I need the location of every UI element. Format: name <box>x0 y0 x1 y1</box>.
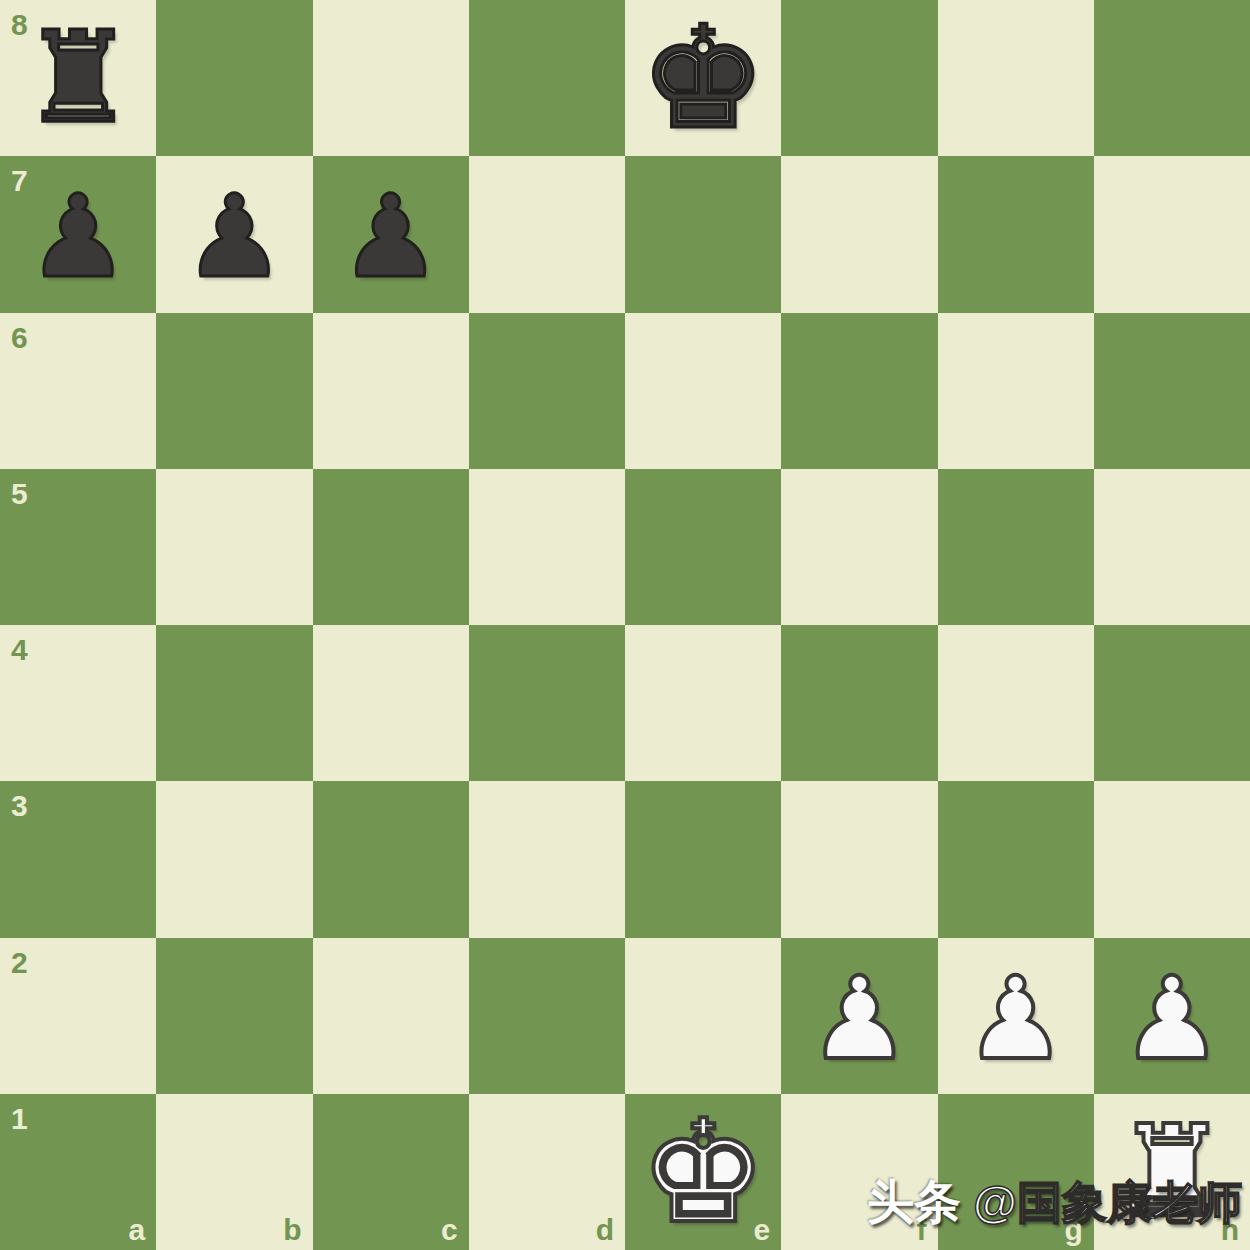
square-a5[interactable]: 5 <box>0 469 156 625</box>
square-b6[interactable] <box>156 313 312 469</box>
square-f8[interactable] <box>781 0 937 156</box>
square-e7[interactable] <box>625 156 781 312</box>
square-b2[interactable] <box>156 938 312 1094</box>
square-g4[interactable] <box>938 625 1094 781</box>
piece-white-rook-h1[interactable]: ♜ <box>1094 1094 1250 1250</box>
piece-white-king-e1[interactable]: ♚ <box>625 1094 781 1250</box>
square-g5[interactable] <box>938 469 1094 625</box>
square-g3[interactable] <box>938 781 1094 937</box>
chess-diagram: 8♜♚7♟♟♟65432♟♟♟1abcde♚fgh♜ 头条 @国象康老师 <box>0 0 1250 1250</box>
square-a4[interactable]: 4 <box>0 625 156 781</box>
piece-white-pawn-g2[interactable]: ♟ <box>938 938 1094 1094</box>
square-f1[interactable]: f <box>781 1094 937 1250</box>
file-label-b: b <box>283 1215 301 1245</box>
square-f7[interactable] <box>781 156 937 312</box>
square-h8[interactable] <box>1094 0 1250 156</box>
square-d4[interactable] <box>469 625 625 781</box>
square-e1[interactable]: e♚ <box>625 1094 781 1250</box>
file-label-d: d <box>596 1215 614 1245</box>
piece-black-king-e8[interactable]: ♚ <box>625 0 781 156</box>
square-c2[interactable] <box>313 938 469 1094</box>
file-label-f: f <box>917 1215 927 1245</box>
square-f2[interactable]: ♟ <box>781 938 937 1094</box>
square-h5[interactable] <box>1094 469 1250 625</box>
square-a8[interactable]: 8♜ <box>0 0 156 156</box>
rank-label-5: 5 <box>11 479 28 509</box>
square-d5[interactable] <box>469 469 625 625</box>
square-d6[interactable] <box>469 313 625 469</box>
square-f6[interactable] <box>781 313 937 469</box>
square-b4[interactable] <box>156 625 312 781</box>
rank-label-4: 4 <box>11 635 28 665</box>
file-label-c: c <box>441 1215 458 1245</box>
square-g7[interactable] <box>938 156 1094 312</box>
chess-board: 8♜♚7♟♟♟65432♟♟♟1abcde♚fgh♜ <box>0 0 1250 1250</box>
square-e3[interactable] <box>625 781 781 937</box>
square-d1[interactable]: d <box>469 1094 625 1250</box>
piece-black-pawn-b7[interactable]: ♟ <box>156 156 312 312</box>
square-b7[interactable]: ♟ <box>156 156 312 312</box>
square-c5[interactable] <box>313 469 469 625</box>
square-h7[interactable] <box>1094 156 1250 312</box>
square-f4[interactable] <box>781 625 937 781</box>
square-h4[interactable] <box>1094 625 1250 781</box>
square-g8[interactable] <box>938 0 1094 156</box>
square-e6[interactable] <box>625 313 781 469</box>
square-b3[interactable] <box>156 781 312 937</box>
square-e2[interactable] <box>625 938 781 1094</box>
square-b1[interactable]: b <box>156 1094 312 1250</box>
square-c8[interactable] <box>313 0 469 156</box>
square-a1[interactable]: 1a <box>0 1094 156 1250</box>
square-c1[interactable]: c <box>313 1094 469 1250</box>
piece-white-pawn-h2[interactable]: ♟ <box>1094 938 1250 1094</box>
square-e8[interactable]: ♚ <box>625 0 781 156</box>
square-b5[interactable] <box>156 469 312 625</box>
piece-black-rook-a8[interactable]: ♜ <box>0 0 156 156</box>
piece-black-pawn-c7[interactable]: ♟ <box>313 156 469 312</box>
piece-white-pawn-f2[interactable]: ♟ <box>781 938 937 1094</box>
file-label-a: a <box>129 1215 146 1245</box>
square-e4[interactable] <box>625 625 781 781</box>
square-h2[interactable]: ♟ <box>1094 938 1250 1094</box>
square-d2[interactable] <box>469 938 625 1094</box>
square-d8[interactable] <box>469 0 625 156</box>
square-d3[interactable] <box>469 781 625 937</box>
rank-label-6: 6 <box>11 323 28 353</box>
piece-black-pawn-a7[interactable]: ♟ <box>0 156 156 312</box>
square-f3[interactable] <box>781 781 937 937</box>
square-d7[interactable] <box>469 156 625 312</box>
square-g1[interactable]: g <box>938 1094 1094 1250</box>
square-c6[interactable] <box>313 313 469 469</box>
square-g6[interactable] <box>938 313 1094 469</box>
square-b8[interactable] <box>156 0 312 156</box>
square-a7[interactable]: 7♟ <box>0 156 156 312</box>
square-h6[interactable] <box>1094 313 1250 469</box>
square-h1[interactable]: h♜ <box>1094 1094 1250 1250</box>
square-c7[interactable]: ♟ <box>313 156 469 312</box>
rank-label-1: 1 <box>11 1104 28 1134</box>
square-a3[interactable]: 3 <box>0 781 156 937</box>
rank-label-2: 2 <box>11 948 28 978</box>
square-c3[interactable] <box>313 781 469 937</box>
file-label-g: g <box>1064 1215 1082 1245</box>
square-a6[interactable]: 6 <box>0 313 156 469</box>
square-h3[interactable] <box>1094 781 1250 937</box>
square-g2[interactable]: ♟ <box>938 938 1094 1094</box>
square-c4[interactable] <box>313 625 469 781</box>
square-e5[interactable] <box>625 469 781 625</box>
square-a2[interactable]: 2 <box>0 938 156 1094</box>
square-f5[interactable] <box>781 469 937 625</box>
rank-label-3: 3 <box>11 791 28 821</box>
